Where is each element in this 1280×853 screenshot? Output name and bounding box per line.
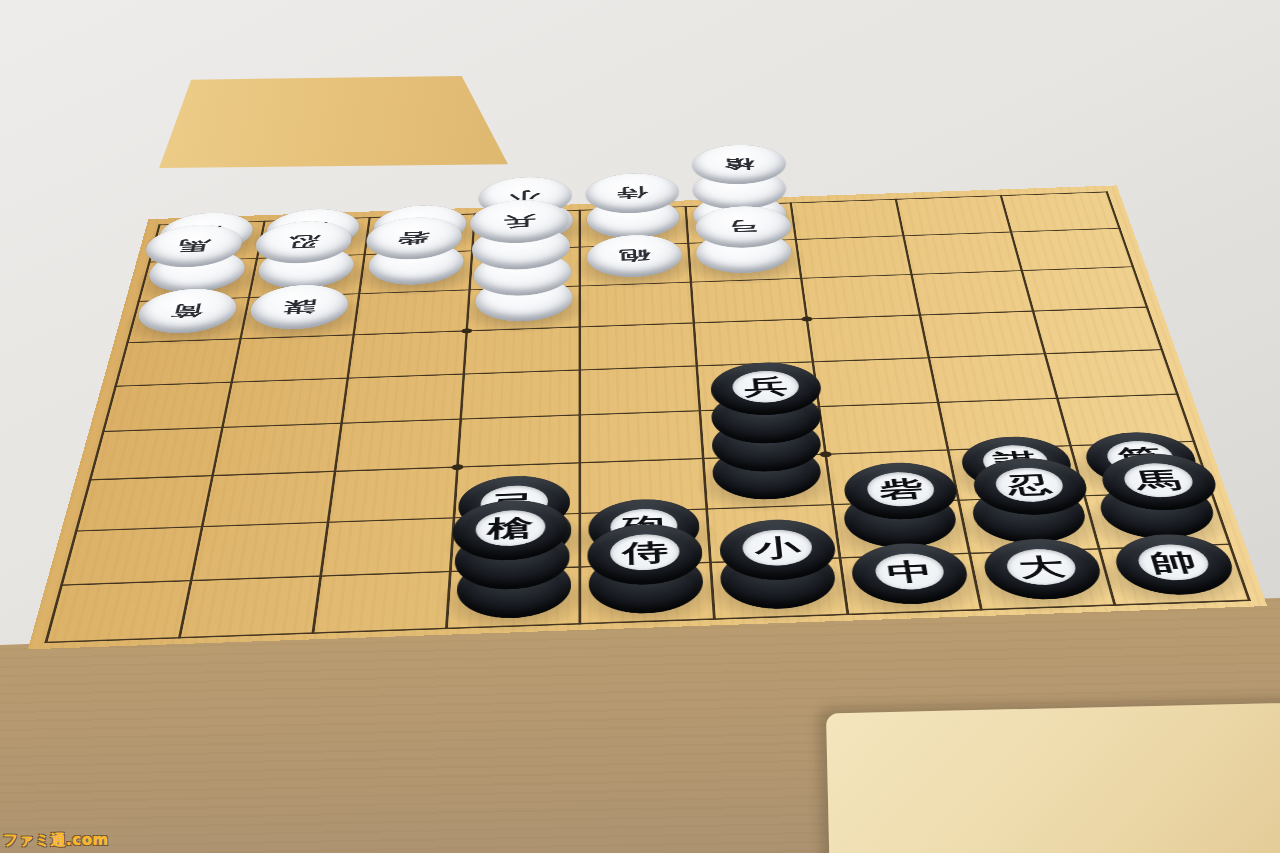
board-cell-r5c5[interactable]	[580, 366, 699, 415]
piece-kanji: 槍	[487, 516, 534, 541]
board-cell-r2c9[interactable]	[1011, 228, 1132, 270]
piece-white-馬[interactable]: 馬	[141, 224, 246, 269]
board-cell-r4c2[interactable]	[232, 335, 354, 382]
piece-kanji: 大	[1016, 554, 1067, 579]
piece-face: 忍	[992, 467, 1067, 503]
piece-kanji: 砲	[587, 237, 683, 275]
board-cell-r2c8[interactable]	[904, 232, 1023, 274]
piece-kanji: 忍	[1005, 473, 1055, 497]
board-cell-r3c9[interactable]	[1022, 267, 1147, 311]
piece-kanji: 侍	[586, 175, 680, 211]
board-cell-r3c3[interactable]	[354, 290, 470, 335]
board-cell-r1c7[interactable]	[791, 199, 904, 240]
piece-face: 小	[742, 529, 815, 567]
piece-face: 砦	[865, 471, 938, 507]
piece-white-槍[interactable]: 槍	[691, 144, 788, 186]
famitsu-watermark: ファミ通.com	[3, 831, 109, 850]
board-cell-r4c6[interactable]	[694, 319, 813, 366]
board-cell-r3c6[interactable]	[691, 278, 807, 323]
piece-white-弓[interactable]: 弓	[694, 205, 793, 249]
piece-kanji: 砦	[364, 219, 463, 257]
piece-kanji: 帥	[1147, 550, 1200, 575]
piece-kanji: 筒	[134, 291, 240, 331]
board-cell-r5c7[interactable]	[813, 358, 939, 407]
piece-white-忍[interactable]: 忍	[252, 220, 354, 265]
piece-kanji: 忍	[253, 223, 354, 261]
board-cell-r8c2[interactable]	[191, 522, 328, 580]
board-cell-r3c5[interactable]	[580, 282, 693, 327]
piece-white-筒[interactable]: 筒	[133, 287, 240, 335]
piece-kanji: 砦	[877, 477, 925, 501]
board-cell-r8c3[interactable]	[321, 518, 454, 576]
piece-face: 帥	[1134, 543, 1214, 581]
board-cell-r7c3[interactable]	[328, 467, 458, 522]
piece-white-謀[interactable]: 謀	[247, 284, 351, 331]
board-cell-r6c1[interactable]	[90, 428, 222, 480]
board-cell-r6c4[interactable]	[458, 415, 581, 467]
piece-face: 侍	[610, 533, 680, 571]
gungi-board-wrapper: 帥大中小侍槍馬忍砦砲弓筒謀兵兵謀筒弓砲砦忍馬槍侍小中大帥	[0, 0, 1267, 649]
piece-kanji: 兵	[469, 202, 569, 241]
board-cell-r1c9[interactable]	[1001, 192, 1119, 232]
piece-stand-bottom-right	[826, 703, 1280, 853]
board-cell-r9c3[interactable]	[313, 571, 451, 632]
board-cell-r5c9[interactable]	[1045, 350, 1177, 399]
board-cell-r6c3[interactable]	[335, 419, 461, 471]
piece-kanji: 馬	[1133, 468, 1184, 492]
piece-kanji: 小	[754, 535, 802, 560]
board-cell-r2c7[interactable]	[796, 236, 912, 278]
piece-kanji: 兵	[743, 376, 789, 398]
board-cell-r3c7[interactable]	[801, 274, 920, 319]
gungi-board: 帥大中小侍槍馬忍砦砲弓筒謀兵兵謀筒弓砲砦忍馬槍侍小中大帥	[28, 185, 1267, 649]
board-cell-r5c3[interactable]	[342, 374, 464, 424]
board-cell-r5c2[interactable]	[222, 378, 348, 428]
board-cell-r5c8[interactable]	[929, 354, 1058, 403]
piece-white-侍[interactable]: 侍	[586, 172, 680, 214]
photo-scene: 帥大中小侍槍馬忍砦砲弓筒謀兵兵謀筒弓砲砦忍馬槍侍小中大帥 ファミ通.com	[0, 0, 1280, 853]
board-cell-r4c3[interactable]	[348, 331, 467, 378]
piece-face: 槍	[475, 509, 546, 547]
board-cell-r9c2[interactable]	[179, 576, 320, 638]
board-cell-r5c1[interactable]	[103, 382, 232, 432]
board-cell-r3c8[interactable]	[912, 271, 1034, 315]
board-cell-r4c1[interactable]	[115, 339, 240, 386]
board-cell-r4c7[interactable]	[807, 315, 929, 362]
board-cell-r1c8[interactable]	[896, 195, 1011, 235]
piece-kanji: 中	[885, 559, 934, 584]
piece-face: 中	[873, 552, 948, 591]
board-cell-r6c7[interactable]	[819, 403, 948, 455]
board-cell-r6c2[interactable]	[212, 424, 341, 476]
piece-white-兵[interactable]: 兵	[469, 199, 569, 245]
board-cell-r4c5[interactable]	[580, 323, 696, 370]
board-cell-r6c5[interactable]	[580, 411, 703, 463]
piece-kanji: 侍	[622, 540, 668, 565]
board-cell-r4c4[interactable]	[464, 327, 580, 374]
board-cell-r4c9[interactable]	[1033, 307, 1161, 354]
piece-kanji: 槍	[691, 147, 788, 183]
piece-face: 馬	[1120, 462, 1198, 498]
board-cell-r8c1[interactable]	[61, 527, 202, 585]
piece-white-砦[interactable]: 砦	[364, 216, 463, 261]
board-cell-r4c8[interactable]	[920, 311, 1045, 358]
piece-kanji: 弓	[695, 208, 794, 246]
board-cell-r7c1[interactable]	[76, 476, 213, 531]
piece-white-砲[interactable]: 砲	[587, 233, 683, 278]
piece-face: 兵	[732, 370, 801, 404]
board-cell-r7c2[interactable]	[202, 472, 335, 527]
piece-kanji: 謀	[247, 287, 350, 327]
board-cell-r9c1[interactable]	[46, 580, 191, 642]
piece-face: 大	[1003, 548, 1080, 586]
board-cell-r5c4[interactable]	[461, 370, 580, 419]
piece-kanji: 馬	[142, 227, 246, 265]
